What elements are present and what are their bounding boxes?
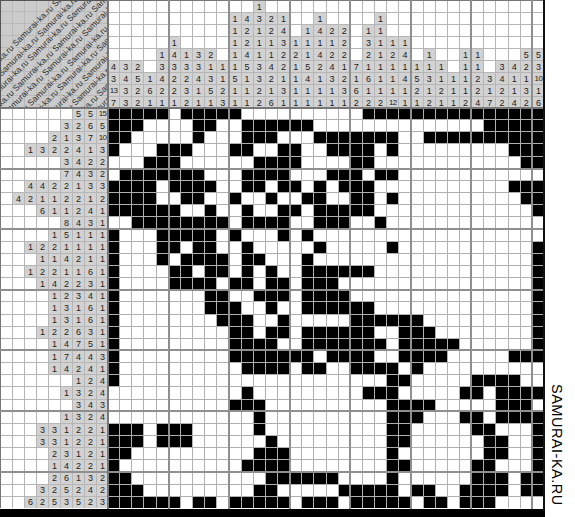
col-clue-empty	[411, 25, 422, 36]
col-clue-empty	[169, 13, 180, 24]
grid-cell	[436, 169, 447, 180]
grid-cell	[290, 485, 301, 496]
grid-cell	[229, 217, 240, 228]
col-clue-cell: 4	[157, 73, 168, 84]
grid-cell	[314, 302, 325, 313]
grid-cell	[254, 290, 265, 301]
grid-cell	[229, 157, 240, 168]
grid-cell	[108, 339, 119, 350]
grid-cell	[290, 290, 301, 301]
grid-cell	[509, 144, 520, 155]
row-clue-empty	[13, 436, 24, 447]
grid-cell	[387, 181, 398, 192]
grid-cell	[327, 302, 338, 313]
grid-cell	[254, 278, 265, 289]
col-clue-empty	[436, 37, 447, 48]
grid-cell	[157, 230, 168, 241]
grid-cell	[411, 290, 422, 301]
grid-cell	[205, 230, 216, 241]
grid-cell	[278, 132, 289, 143]
grid-cell	[108, 412, 119, 423]
grid-cell	[484, 230, 495, 241]
row-clue-empty	[25, 339, 36, 350]
grid-cell	[496, 132, 507, 143]
grid-cell	[387, 412, 398, 423]
grid-cell	[266, 144, 277, 155]
row-clue-cell: 3	[61, 448, 72, 459]
grid-cell	[509, 387, 520, 398]
row-clue-cell: 4	[73, 157, 84, 168]
grid-cell	[436, 315, 447, 326]
row-clue-cell: 2	[49, 132, 60, 143]
row-clue-cell: 4	[85, 290, 96, 301]
col-clue-empty	[229, 1, 240, 12]
grid-cell	[472, 205, 483, 216]
col-clue-cell: 3	[169, 61, 180, 72]
grid-cell	[496, 254, 507, 265]
grid-cell	[254, 157, 265, 168]
grid-cell	[448, 302, 459, 313]
grid-cell	[193, 327, 204, 338]
grid-cell	[290, 387, 301, 398]
row-clue-cell: 4	[25, 181, 36, 192]
grid-cell	[509, 193, 520, 204]
row-clue-cell: 4	[85, 363, 96, 374]
grid-cell	[205, 497, 216, 508]
grid-cell	[351, 412, 362, 423]
row-clue-empty	[1, 108, 12, 119]
grid-cell	[144, 436, 155, 447]
col-clue-empty	[351, 1, 362, 12]
grid-cell	[132, 266, 143, 277]
grid-cell	[144, 327, 155, 338]
grid-cell	[193, 339, 204, 350]
col-clue-cell: 4	[278, 25, 289, 36]
grid-cell	[424, 132, 435, 143]
row-clue-cell: 1	[61, 242, 72, 253]
grid-cell	[496, 327, 507, 338]
grid-cell	[205, 387, 216, 398]
grid-cell	[351, 473, 362, 484]
grid-cell	[217, 205, 228, 216]
grid-cell	[411, 315, 422, 326]
row-clue-empty	[37, 302, 48, 313]
col-clue-empty	[424, 37, 435, 48]
grid-cell	[217, 351, 228, 362]
grid-cell	[132, 315, 143, 326]
grid-cell	[375, 424, 386, 435]
col-clue-empty	[351, 49, 362, 60]
grid-cell	[387, 473, 398, 484]
grid-cell	[448, 230, 459, 241]
grid-cell	[217, 436, 228, 447]
row-clue-empty	[25, 327, 36, 338]
grid-cell	[424, 205, 435, 216]
grid-cell	[132, 412, 143, 423]
grid-cell	[472, 363, 483, 374]
grid-cell	[314, 339, 325, 350]
grid-cell	[302, 120, 313, 131]
grid-cell	[363, 242, 374, 253]
row-clue-empty	[13, 424, 24, 435]
col-clue-empty	[351, 25, 362, 36]
col-clue-cell: 3	[205, 73, 216, 84]
grid-cell	[375, 108, 386, 119]
row-clue-cell: 4	[61, 254, 72, 265]
grid-cell	[436, 339, 447, 350]
col-clue-cell: 2	[339, 25, 350, 36]
grid-cell	[181, 302, 192, 313]
grid-cell	[254, 181, 265, 192]
grid-cell	[351, 108, 362, 119]
row-clue-cell: 2	[73, 436, 84, 447]
row-clue-empty	[25, 108, 36, 119]
grid-cell	[217, 315, 228, 326]
col-clue-cell: 2	[169, 85, 180, 96]
grid-cell	[157, 108, 168, 119]
grid-cell	[157, 497, 168, 508]
col-clue-cell: 2	[327, 49, 338, 60]
grid-cell	[375, 169, 386, 180]
grid-cell	[120, 278, 131, 289]
grid-cell	[339, 315, 350, 326]
grid-cell	[278, 412, 289, 423]
row-clue-cell: 2	[73, 193, 84, 204]
grid-cell	[351, 290, 362, 301]
grid-cell	[363, 473, 374, 484]
col-clue-cell: 5	[302, 61, 313, 72]
row-clue-cell: 3	[37, 485, 48, 496]
grid-cell	[132, 205, 143, 216]
grid-cell	[363, 120, 374, 131]
grid-cell	[314, 242, 325, 253]
col-clue-cell: 1	[448, 85, 459, 96]
col-clue-empty	[144, 1, 155, 12]
grid-cell	[351, 351, 362, 362]
row-clue-cell: 2	[85, 436, 96, 447]
grid-cell	[387, 363, 398, 374]
grid-cell	[254, 132, 265, 143]
row-clue-empty	[37, 217, 48, 228]
grid-cell	[436, 254, 447, 265]
grid-cell	[314, 157, 325, 168]
col-clue-cell: 3	[484, 73, 495, 84]
grid-cell	[157, 327, 168, 338]
row-clue-empty	[13, 387, 24, 398]
grid-cell	[144, 387, 155, 398]
row-clue-cell: 6	[85, 266, 96, 277]
grid-cell	[120, 387, 131, 398]
grid-cell	[132, 339, 143, 350]
bold-vline	[228, 0, 230, 509]
grid-cell	[278, 290, 289, 301]
col-clue-cell: 1	[351, 73, 362, 84]
row-clue-cell: 1	[49, 254, 60, 265]
grid-cell	[351, 157, 362, 168]
grid-cell	[436, 230, 447, 241]
row-clue-cell: 2	[73, 424, 84, 435]
grid-cell	[411, 144, 422, 155]
grid-cell	[375, 315, 386, 326]
row-clue-cell: 3	[85, 278, 96, 289]
grid-cell	[375, 375, 386, 386]
grid-cell	[302, 230, 313, 241]
grid-cell	[217, 266, 228, 277]
grid-cell	[242, 181, 253, 192]
grid-cell	[217, 193, 228, 204]
row-clue-cell: 2	[73, 363, 84, 374]
col-clue-cell: 1	[254, 1, 265, 12]
col-clue-empty	[484, 13, 495, 24]
grid-cell	[448, 387, 459, 398]
grid-cell	[375, 132, 386, 143]
grid-cell	[193, 473, 204, 484]
grid-cell	[217, 473, 228, 484]
grid-cell	[181, 132, 192, 143]
grid-cell	[217, 375, 228, 386]
grid-cell	[387, 242, 398, 253]
grid-cell	[266, 193, 277, 204]
grid-cell	[411, 375, 422, 386]
grid-cell	[120, 375, 131, 386]
grid-cell	[472, 144, 483, 155]
grid-cell	[351, 424, 362, 435]
grid-cell	[169, 302, 180, 313]
bold-vline	[531, 0, 533, 509]
row-clue-cell: 3	[61, 120, 72, 131]
grid-cell	[496, 120, 507, 131]
row-clue-cell: 1	[49, 205, 60, 216]
col-clue-cell: 1	[363, 61, 374, 72]
row-clue-empty	[1, 363, 12, 374]
grid-cell	[242, 108, 253, 119]
grid-cell	[290, 120, 301, 131]
grid-cell	[229, 315, 240, 326]
col-clue-cell: 2	[411, 85, 422, 96]
row-clue-empty	[1, 351, 12, 362]
col-clue-empty	[290, 25, 301, 36]
col-clue-empty	[496, 49, 507, 60]
col-clue-empty	[217, 37, 228, 48]
grid-cell	[302, 436, 313, 447]
grid-cell	[351, 230, 362, 241]
grid-cell	[496, 266, 507, 277]
grid-cell	[448, 315, 459, 326]
grid-cell	[411, 181, 422, 192]
grid-cell	[169, 315, 180, 326]
row-clue-cell: 3	[85, 181, 96, 192]
grid-cell	[351, 485, 362, 496]
grid-cell	[327, 242, 338, 253]
grid-cell	[351, 302, 362, 313]
grid-cell	[217, 278, 228, 289]
col-clue-cell: 6	[363, 73, 374, 84]
row-clue-cell: 4	[85, 205, 96, 216]
grid-cell	[266, 181, 277, 192]
grid-cell	[169, 363, 180, 374]
grid-cell	[484, 375, 495, 386]
grid-cell	[351, 254, 362, 265]
grid-cell	[472, 120, 483, 131]
row-clue-empty	[1, 157, 12, 168]
grid-cell	[169, 157, 180, 168]
grid-cell	[363, 181, 374, 192]
grid-cell	[242, 169, 253, 180]
grid-cell	[120, 485, 131, 496]
grid-cell	[496, 424, 507, 435]
grid-cell	[411, 302, 422, 313]
grid-cell	[436, 363, 447, 374]
grid-cell	[509, 132, 520, 143]
row-clue-empty	[1, 412, 12, 423]
grid-cell	[254, 387, 265, 398]
grid-cell	[339, 120, 350, 131]
col-clue-empty	[314, 1, 325, 12]
clue-grid-separator-vertical	[107, 0, 109, 509]
grid-cell	[278, 217, 289, 228]
grid-cell	[108, 387, 119, 398]
row-clue-cell: 2	[49, 144, 60, 155]
grid-cell	[327, 412, 338, 423]
grid-cell	[205, 278, 216, 289]
grid-cell	[424, 144, 435, 155]
row-clue-cell: 2	[61, 181, 72, 192]
grid-cell	[411, 254, 422, 265]
row-clue-empty	[25, 473, 36, 484]
grid-cell	[157, 254, 168, 265]
col-clue-empty	[193, 25, 204, 36]
row-clue-cell: 6	[85, 120, 96, 131]
grid-cell	[144, 351, 155, 362]
col-clue-cell: 3	[193, 61, 204, 72]
col-clue-cell: 1	[278, 73, 289, 84]
grid-cell	[217, 497, 228, 508]
grid-cell	[242, 375, 253, 386]
row-clue-empty	[13, 290, 24, 301]
row-clue-cell: 4	[73, 144, 84, 155]
grid-cell	[193, 108, 204, 119]
grid-cell	[217, 412, 228, 423]
row-clue-empty	[37, 230, 48, 241]
col-clue-cell: 3	[193, 49, 204, 60]
grid-cell	[387, 315, 398, 326]
grid-cell	[375, 302, 386, 313]
grid-cell	[363, 497, 374, 508]
col-clue-empty	[120, 1, 131, 12]
grid-cell	[290, 217, 301, 228]
grid-cell	[108, 120, 119, 131]
col-clue-cell: 1	[424, 61, 435, 72]
grid-cell	[278, 497, 289, 508]
grid-cell	[181, 412, 192, 423]
col-clue-empty	[496, 13, 507, 24]
grid-cell	[484, 242, 495, 253]
grid-cell	[144, 315, 155, 326]
grid-cell	[351, 266, 362, 277]
row-clue-empty	[13, 266, 24, 277]
grid-cell	[448, 278, 459, 289]
col-clue-empty	[496, 1, 507, 12]
grid-cell	[387, 497, 398, 508]
grid-cell	[242, 193, 253, 204]
col-clue-empty	[436, 1, 447, 12]
grid-cell	[363, 132, 374, 143]
row-clue-cell: 3	[73, 412, 84, 423]
row-clue-cell: 2	[85, 497, 96, 508]
grid-cell	[157, 120, 168, 131]
grid-cell	[363, 108, 374, 119]
grid-cell	[375, 181, 386, 192]
col-clue-cell: 4	[302, 73, 313, 84]
grid-cell	[484, 485, 495, 496]
grid-cell	[278, 108, 289, 119]
grid-cell	[339, 363, 350, 374]
grid-cell	[363, 315, 374, 326]
grid-cell	[290, 448, 301, 459]
col-clue-cell: 1	[144, 73, 155, 84]
row-clue-cell: 3	[49, 436, 60, 447]
row-clue-empty	[37, 351, 48, 362]
row-clue-empty	[1, 302, 12, 313]
grid-cell	[509, 436, 520, 447]
grid-cell	[132, 132, 143, 143]
grid-cell	[448, 351, 459, 362]
row-clue-cell: 2	[85, 424, 96, 435]
grid-cell	[120, 254, 131, 265]
row-clue-cell: 4	[73, 169, 84, 180]
grid-cell	[181, 193, 192, 204]
row-clue-empty	[1, 387, 12, 398]
grid-cell	[484, 266, 495, 277]
grid-cell	[132, 242, 143, 253]
grid-cell	[242, 497, 253, 508]
grid-cell	[254, 266, 265, 277]
row-clue-cell: 2	[85, 448, 96, 459]
grid-cell	[290, 424, 301, 435]
grid-cell	[120, 120, 131, 131]
row-clue-cell: 3	[61, 302, 72, 313]
col-clue-cell: 4	[169, 49, 180, 60]
grid-cell	[132, 485, 143, 496]
grid-cell	[509, 108, 520, 119]
grid-cell	[205, 315, 216, 326]
col-clue-cell: 1	[229, 25, 240, 36]
grid-cell	[193, 302, 204, 313]
grid-cell	[484, 436, 495, 447]
bold-hline	[0, 471, 545, 473]
grid-cell	[327, 120, 338, 131]
grid-cell	[266, 412, 277, 423]
col-clue-cell: 2	[266, 73, 277, 84]
grid-cell	[351, 169, 362, 180]
grid-cell	[108, 144, 119, 155]
grid-cell	[229, 144, 240, 155]
grid-cell	[302, 363, 313, 374]
grid-cell	[181, 351, 192, 362]
grid-cell	[193, 290, 204, 301]
grid-cell	[266, 254, 277, 265]
grid-cell	[254, 485, 265, 496]
col-clue-cell: 2	[339, 49, 350, 60]
grid-cell	[509, 363, 520, 374]
grid-cell	[229, 120, 240, 131]
col-clue-cell: 1	[375, 13, 386, 24]
grid-cell	[496, 193, 507, 204]
grid-cell	[278, 254, 289, 265]
grid-cell	[120, 217, 131, 228]
grid-cell	[363, 339, 374, 350]
row-clue-cell: 6	[73, 327, 84, 338]
